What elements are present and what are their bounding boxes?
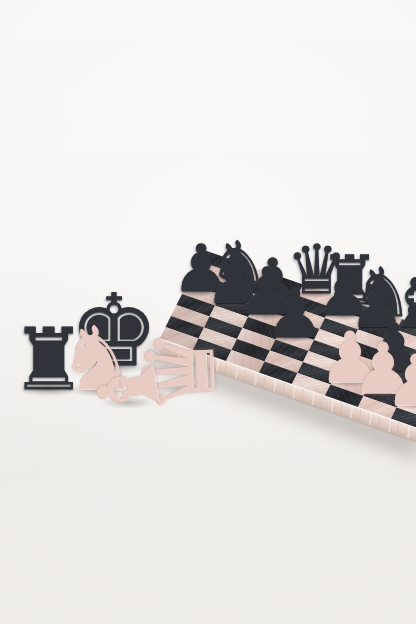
pieces-layer: ♛♜♞♝♟♟♞♟♟♟♟♟♟♟♟♟♚♜♞♝♛ [0, 0, 416, 624]
piece-black-pawn-d4: ♟ [265, 281, 325, 348]
studio-photo-scene: ♛♜♞♝♟♟♞♟♟♟♟♟♟♟♟♟♚♜♞♝♛ [0, 0, 416, 624]
piece-pink-bishop-table: ♝ [81, 345, 175, 432]
piece-pink-pawn-h2: ♟ [384, 346, 416, 416]
